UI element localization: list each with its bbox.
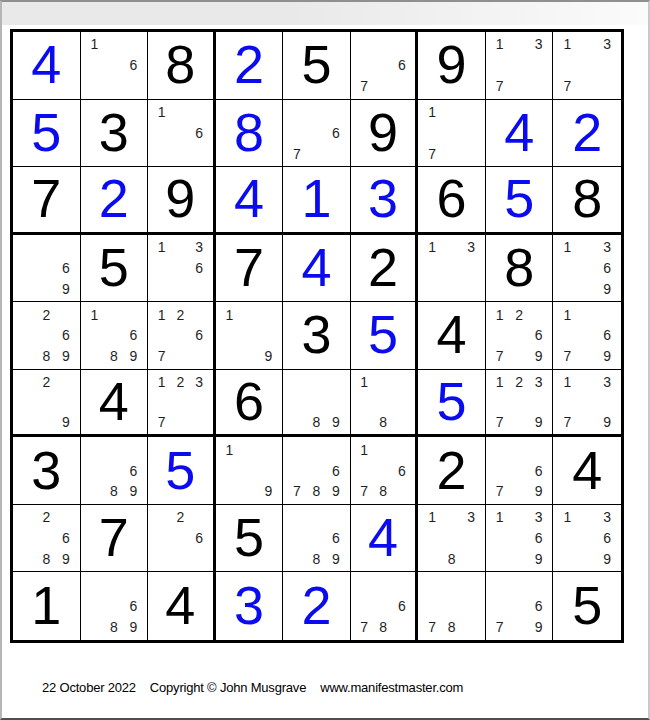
pencil-mark: 9 — [332, 484, 340, 498]
pencil-mark: 6 — [195, 328, 203, 342]
entered-digit: 2 — [99, 171, 129, 225]
cell-r7c6[interactable]: 1678 — [351, 437, 419, 505]
cell-r2c4[interactable]: 8 — [216, 100, 284, 168]
cell-r9c4[interactable]: 3 — [216, 572, 284, 640]
cell-r4c4[interactable]: 7 — [216, 235, 284, 303]
pencil-mark: 9 — [535, 415, 543, 429]
pencil-mark: 9 — [129, 349, 137, 363]
pencil-marks: 69 — [13, 235, 80, 302]
entered-digit: 4 — [31, 37, 61, 91]
pencil-marks: 679 — [486, 572, 553, 640]
given-digit: 2 — [437, 443, 467, 497]
entered-digit: 4 — [234, 171, 264, 225]
cell-r9c2[interactable]: 689 — [81, 572, 149, 640]
pencil-mark: 1 — [90, 308, 98, 322]
cell-r7c5[interactable]: 6789 — [283, 437, 351, 505]
cell-r1c4[interactable]: 2 — [216, 32, 284, 100]
cell-r3c6[interactable]: 3 — [351, 167, 419, 235]
cell-r5c4[interactable]: 19 — [216, 302, 284, 370]
pencil-mark: 6 — [129, 58, 137, 72]
cell-r3c1[interactable]: 7 — [13, 167, 81, 235]
cell-r6c2[interactable]: 4 — [81, 370, 149, 438]
pencil-marks: 1679 — [553, 302, 621, 369]
pencil-mark: 7 — [496, 484, 504, 498]
pencil-mark: 7 — [360, 79, 368, 93]
pencil-mark: 9 — [129, 620, 137, 634]
pencil-mark: 8 — [313, 552, 321, 566]
pencil-mark: 7 — [496, 79, 504, 93]
pencil-mark: 8 — [42, 349, 50, 363]
pencil-mark: 8 — [448, 552, 456, 566]
cell-r6c1[interactable]: 29 — [13, 370, 81, 438]
cell-r9c9[interactable]: 5 — [553, 572, 621, 640]
pencil-mark: 7 — [158, 349, 166, 363]
cell-r5c6[interactable]: 5 — [351, 302, 419, 370]
pencil-marks: 1678 — [351, 437, 416, 504]
pencil-mark: 6 — [129, 464, 137, 478]
pencil-mark: 9 — [535, 349, 543, 363]
pencil-mark: 3 — [603, 240, 611, 254]
pencil-mark: 1 — [158, 308, 166, 322]
pencil-mark: 6 — [62, 261, 70, 275]
pencil-mark: 7 — [563, 349, 571, 363]
pencil-mark: 8 — [110, 349, 118, 363]
pencil-marks: 12379 — [486, 370, 553, 435]
pencil-marks: 679 — [486, 437, 553, 504]
cell-r4c9[interactable]: 1369 — [553, 235, 621, 303]
pencil-mark: 1 — [360, 375, 368, 389]
given-digit: 5 — [572, 578, 602, 632]
pencil-mark: 3 — [467, 510, 475, 524]
pencil-mark: 9 — [603, 552, 611, 566]
pencil-mark: 7 — [158, 415, 166, 429]
pencil-mark: 1 — [563, 240, 571, 254]
cell-r7c1[interactable]: 3 — [13, 437, 81, 505]
given-digit: 6 — [437, 171, 467, 225]
cell-r2c3[interactable]: 16 — [148, 100, 216, 168]
entered-digit: 8 — [234, 105, 264, 159]
pencil-mark: 3 — [535, 375, 543, 389]
pencil-marks: 18 — [351, 370, 416, 435]
given-digit: 9 — [437, 37, 467, 91]
given-digit: 8 — [572, 171, 602, 225]
cell-r9c7[interactable]: 78 — [418, 572, 486, 640]
pencil-mark: 7 — [496, 620, 504, 634]
pencil-mark: 9 — [535, 552, 543, 566]
pencil-marks: 689 — [283, 505, 350, 572]
entered-digit: 5 — [504, 171, 534, 225]
pencil-marks: 19 — [216, 302, 283, 369]
pencil-mark: 1 — [428, 105, 436, 119]
pencil-marks: 13 — [418, 235, 485, 302]
entered-digit: 2 — [301, 578, 331, 632]
pencil-mark: 6 — [603, 261, 611, 275]
cell-r8c2[interactable]: 7 — [81, 505, 149, 573]
cell-r7c3[interactable]: 5 — [148, 437, 216, 505]
pencil-mark: 3 — [603, 375, 611, 389]
pencil-mark: 8 — [110, 484, 118, 498]
pencil-marks: 1267 — [148, 302, 213, 369]
pencil-mark: 1 — [496, 308, 504, 322]
pencil-mark: 1 — [90, 37, 98, 51]
pencil-mark: 8 — [379, 415, 387, 429]
pencil-mark: 6 — [398, 599, 406, 613]
pencil-marks: 29 — [13, 370, 80, 435]
pencil-mark: 1 — [158, 105, 166, 119]
given-digit: 4 — [99, 374, 129, 428]
pencil-mark: 1 — [226, 443, 234, 457]
pencil-mark: 6 — [129, 599, 137, 613]
given-digit: 7 — [31, 171, 61, 225]
pencil-mark: 9 — [62, 415, 70, 429]
page: 4168256791371375316867917427294136586951… — [0, 0, 650, 720]
pencil-mark: 6 — [535, 531, 543, 545]
cell-r4c1[interactable]: 69 — [13, 235, 81, 303]
pencil-marks: 67 — [351, 32, 416, 99]
pencil-mark: 7 — [428, 620, 436, 634]
pencil-marks: 2689 — [13, 505, 80, 572]
pencil-mark: 7 — [293, 484, 301, 498]
pencil-mark: 6 — [535, 464, 543, 478]
cell-r4c3[interactable]: 136 — [148, 235, 216, 303]
cell-r1c3[interactable]: 8 — [148, 32, 216, 100]
pencil-mark: 6 — [603, 328, 611, 342]
pencil-mark: 1 — [563, 510, 571, 524]
pencil-mark: 2 — [515, 375, 523, 389]
given-digit: 4 — [165, 578, 195, 632]
pencil-mark: 9 — [62, 282, 70, 296]
cell-r2c8[interactable]: 4 — [486, 100, 554, 168]
pencil-mark: 8 — [110, 620, 118, 634]
pencil-marks: 16 — [148, 100, 213, 167]
pencil-mark: 9 — [535, 484, 543, 498]
pencil-mark: 1 — [496, 375, 504, 389]
pencil-mark: 9 — [62, 552, 70, 566]
given-digit: 3 — [301, 307, 331, 361]
pencil-mark: 8 — [42, 552, 50, 566]
pencil-marks: 689 — [81, 572, 148, 640]
cell-r5c8[interactable]: 12679 — [486, 302, 554, 370]
pencil-mark: 7 — [360, 484, 368, 498]
pencil-mark: 3 — [467, 240, 475, 254]
cell-r6c6[interactable]: 18 — [351, 370, 419, 438]
cell-r3c3[interactable]: 9 — [148, 167, 216, 235]
pencil-mark: 9 — [62, 349, 70, 363]
given-digit: 9 — [368, 105, 398, 159]
pencil-marks: 12679 — [486, 302, 553, 369]
pencil-marks: 136 — [148, 235, 213, 302]
pencil-mark: 6 — [535, 599, 543, 613]
cell-r5c3[interactable]: 1267 — [148, 302, 216, 370]
entered-digit: 1 — [301, 171, 331, 225]
pencil-marks: 67 — [283, 100, 350, 167]
cell-r1c1[interactable]: 4 — [13, 32, 81, 100]
pencil-mark: 7 — [563, 79, 571, 93]
entered-digit: 3 — [368, 171, 398, 225]
pencil-mark: 3 — [195, 240, 203, 254]
cell-r7c7[interactable]: 2 — [418, 437, 486, 505]
cell-r4c7[interactable]: 13 — [418, 235, 486, 303]
entered-digit: 4 — [368, 510, 398, 564]
pencil-mark: 3 — [603, 37, 611, 51]
cell-r7c4[interactable]: 19 — [216, 437, 284, 505]
pencil-mark: 1 — [496, 37, 504, 51]
pencil-mark: 1 — [496, 510, 504, 524]
cell-r5c2[interactable]: 1689 — [81, 302, 149, 370]
cell-r1c9[interactable]: 137 — [553, 32, 621, 100]
pencil-mark: 7 — [496, 415, 504, 429]
entered-digit: 4 — [301, 240, 331, 294]
pencil-mark: 6 — [62, 328, 70, 342]
cell-r3c9[interactable]: 8 — [553, 167, 621, 235]
pencil-mark: 1 — [158, 375, 166, 389]
pencil-mark: 6 — [332, 464, 340, 478]
pencil-mark: 7 — [293, 147, 301, 161]
pencil-mark: 8 — [313, 484, 321, 498]
pencil-mark: 1 — [563, 308, 571, 322]
entered-digit: 3 — [234, 578, 264, 632]
pencil-mark: 6 — [332, 126, 340, 140]
pencil-marks: 138 — [418, 505, 485, 572]
pencil-marks: 6789 — [283, 437, 350, 504]
pencil-marks: 137 — [553, 32, 621, 99]
cell-r3c8[interactable]: 5 — [486, 167, 554, 235]
given-digit: 5 — [234, 510, 264, 564]
cell-r4c6[interactable]: 2 — [351, 235, 419, 303]
pencil-mark: 6 — [62, 531, 70, 545]
pencil-mark: 2 — [42, 375, 50, 389]
pencil-mark: 9 — [265, 349, 273, 363]
cell-r6c8[interactable]: 12379 — [486, 370, 554, 438]
pencil-mark: 1 — [563, 37, 571, 51]
cell-r6c3[interactable]: 1237 — [148, 370, 216, 438]
given-digit: 4 — [572, 443, 602, 497]
pencil-marks: 1369 — [553, 505, 621, 572]
pencil-mark: 9 — [535, 620, 543, 634]
cell-r3c4[interactable]: 4 — [216, 167, 284, 235]
entered-digit: 5 — [31, 105, 61, 159]
cell-r3c2[interactable]: 2 — [81, 167, 149, 235]
cell-r2c7[interactable]: 17 — [418, 100, 486, 168]
given-digit: 6 — [234, 374, 264, 428]
cell-r2c2[interactable]: 3 — [81, 100, 149, 168]
pencil-mark: 1 — [158, 240, 166, 254]
pencil-mark: 7 — [428, 147, 436, 161]
cell-r1c5[interactable]: 5 — [283, 32, 351, 100]
given-digit: 7 — [234, 240, 264, 294]
cell-r9c3[interactable]: 4 — [148, 572, 216, 640]
pencil-mark: 7 — [360, 620, 368, 634]
cell-r3c7[interactable]: 6 — [418, 167, 486, 235]
pencil-mark: 1 — [428, 510, 436, 524]
cell-r7c2[interactable]: 689 — [81, 437, 149, 505]
pencil-marks: 1379 — [553, 370, 621, 435]
given-digit: 8 — [165, 37, 195, 91]
pencil-mark: 3 — [603, 510, 611, 524]
pencil-mark: 3 — [535, 510, 543, 524]
given-digit: 5 — [99, 240, 129, 294]
cell-r6c5[interactable]: 89 — [283, 370, 351, 438]
cell-r6c4[interactable]: 6 — [216, 370, 284, 438]
cell-r2c9[interactable]: 2 — [553, 100, 621, 168]
cell-r8c9[interactable]: 1369 — [553, 505, 621, 573]
given-digit: 3 — [31, 443, 61, 497]
cell-r3c5[interactable]: 1 — [283, 167, 351, 235]
cell-r9c1[interactable]: 1 — [13, 572, 81, 640]
cell-r7c8[interactable]: 679 — [486, 437, 554, 505]
given-digit: 4 — [437, 307, 467, 361]
pencil-mark: 6 — [195, 531, 203, 545]
entered-digit: 5 — [368, 307, 398, 361]
pencil-mark: 9 — [603, 349, 611, 363]
pencil-marks: 17 — [418, 100, 485, 167]
entered-digit: 5 — [437, 374, 467, 428]
pencil-marks: 1369 — [553, 235, 621, 302]
given-digit: 2 — [368, 240, 398, 294]
pencil-marks: 78 — [418, 572, 485, 640]
cell-r2c1[interactable]: 5 — [13, 100, 81, 168]
pencil-marks: 1237 — [148, 370, 213, 435]
cell-r8c4[interactable]: 5 — [216, 505, 284, 573]
given-digit: 7 — [99, 510, 129, 564]
cell-r9c6[interactable]: 678 — [351, 572, 419, 640]
pencil-mark: 6 — [195, 126, 203, 140]
pencil-marks: 678 — [351, 572, 416, 640]
cell-r2c6[interactable]: 9 — [351, 100, 419, 168]
entered-digit: 4 — [504, 105, 534, 159]
given-digit: 8 — [504, 240, 534, 294]
pencil-mark: 7 — [563, 415, 571, 429]
cell-r6c7[interactable]: 5 — [418, 370, 486, 438]
pencil-mark: 8 — [313, 415, 321, 429]
cell-r7c9[interactable]: 4 — [553, 437, 621, 505]
cell-r8c7[interactable]: 138 — [418, 505, 486, 573]
pencil-mark: 6 — [332, 531, 340, 545]
pencil-marks: 26 — [148, 505, 213, 572]
cell-r4c8[interactable]: 8 — [486, 235, 554, 303]
pencil-marks: 137 — [486, 32, 553, 99]
top-gradient-band — [2, 2, 648, 25]
pencil-mark: 8 — [448, 620, 456, 634]
cell-r8c6[interactable]: 4 — [351, 505, 419, 573]
pencil-mark: 2 — [176, 308, 184, 322]
pencil-mark: 2 — [515, 308, 523, 322]
pencil-mark: 6 — [398, 464, 406, 478]
cell-r8c3[interactable]: 26 — [148, 505, 216, 573]
pencil-marks: 16 — [81, 32, 148, 99]
footer-date: 22 October 2022 — [42, 680, 136, 695]
footer-website: www.manifestmaster.com — [320, 680, 463, 695]
cell-r5c1[interactable]: 2689 — [13, 302, 81, 370]
cell-r5c5[interactable]: 3 — [283, 302, 351, 370]
pencil-mark: 9 — [332, 415, 340, 429]
pencil-mark: 2 — [42, 510, 50, 524]
cell-r9c5[interactable]: 2 — [283, 572, 351, 640]
pencil-mark: 1 — [563, 375, 571, 389]
footer: 22 October 2022 Copyright © John Musgrav… — [42, 680, 463, 695]
cell-r2c5[interactable]: 67 — [283, 100, 351, 168]
sudoku-board: 4168256791371375316867917427294136586951… — [10, 29, 624, 643]
pencil-mark: 1 — [360, 443, 368, 457]
pencil-mark: 2 — [42, 308, 50, 322]
pencil-marks: 89 — [283, 370, 350, 435]
pencil-mark: 6 — [195, 261, 203, 275]
pencil-marks: 1689 — [81, 302, 148, 369]
pencil-mark: 1 — [428, 240, 436, 254]
footer-copyright: Copyright © John Musgrave — [150, 680, 306, 695]
pencil-mark: 9 — [603, 415, 611, 429]
given-digit: 3 — [99, 105, 129, 159]
pencil-marks: 19 — [216, 437, 283, 504]
given-digit: 1 — [31, 578, 61, 632]
pencil-mark: 3 — [535, 37, 543, 51]
pencil-mark: 9 — [603, 282, 611, 296]
given-digit: 5 — [301, 37, 331, 91]
cell-r9c8[interactable]: 679 — [486, 572, 554, 640]
cell-r1c6[interactable]: 67 — [351, 32, 419, 100]
cell-r5c9[interactable]: 1679 — [553, 302, 621, 370]
pencil-mark: 2 — [176, 510, 184, 524]
pencil-marks: 1369 — [486, 505, 553, 572]
pencil-mark: 3 — [195, 375, 203, 389]
entered-digit: 2 — [572, 105, 602, 159]
entered-digit: 2 — [234, 37, 264, 91]
cell-r4c5[interactable]: 4 — [283, 235, 351, 303]
cell-r8c5[interactable]: 689 — [283, 505, 351, 573]
given-digit: 9 — [165, 171, 195, 225]
cell-r5c7[interactable]: 4 — [418, 302, 486, 370]
pencil-mark: 7 — [496, 349, 504, 363]
cell-r1c2[interactable]: 16 — [81, 32, 149, 100]
pencil-mark: 2 — [176, 375, 184, 389]
pencil-mark: 6 — [535, 328, 543, 342]
cell-r8c8[interactable]: 1369 — [486, 505, 554, 573]
cell-r4c2[interactable]: 5 — [81, 235, 149, 303]
cell-r1c8[interactable]: 137 — [486, 32, 554, 100]
pencil-mark: 9 — [265, 484, 273, 498]
pencil-mark: 9 — [332, 552, 340, 566]
cell-r1c7[interactable]: 9 — [418, 32, 486, 100]
pencil-marks: 689 — [81, 437, 148, 504]
cell-r6c9[interactable]: 1379 — [553, 370, 621, 438]
pencil-mark: 8 — [379, 620, 387, 634]
pencil-mark: 6 — [398, 58, 406, 72]
pencil-mark: 6 — [129, 328, 137, 342]
pencil-marks: 2689 — [13, 302, 80, 369]
cell-r8c1[interactable]: 2689 — [13, 505, 81, 573]
pencil-mark: 8 — [379, 484, 387, 498]
pencil-mark: 9 — [129, 484, 137, 498]
pencil-mark: 1 — [226, 308, 234, 322]
pencil-mark: 6 — [603, 531, 611, 545]
entered-digit: 5 — [165, 443, 195, 497]
